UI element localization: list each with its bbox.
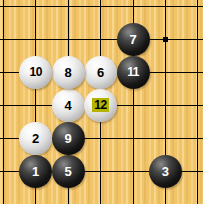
stone-number-label: 8 <box>64 66 71 79</box>
stone-number-label: 1 <box>32 165 39 178</box>
stone-5-black[interactable]: 5 <box>52 155 85 188</box>
stone-number-label: 2 <box>32 132 39 145</box>
stone-9-black[interactable]: 9 <box>52 122 85 155</box>
stone-3-black[interactable]: 3 <box>149 155 182 188</box>
stone-number-label: 10 <box>29 66 41 78</box>
stone-1-black[interactable]: 1 <box>19 155 52 188</box>
grid-line-horizontal <box>0 6 203 7</box>
stone-11-black[interactable]: 11 <box>117 56 150 89</box>
stone-number-label: 3 <box>162 165 169 178</box>
stone-number-label: 7 <box>129 33 136 46</box>
grid-line-vertical <box>197 0 198 204</box>
stone-number-label: 4 <box>64 99 71 112</box>
stone-4-white[interactable]: 4 <box>52 89 85 122</box>
grid-line-vertical <box>3 0 4 204</box>
last-move-number-label: 12 <box>92 98 108 112</box>
stone-number-label: 9 <box>64 132 71 145</box>
stone-number-label: 5 <box>64 165 71 178</box>
star-point-marker <box>163 37 168 42</box>
stone-12-white[interactable]: 12 <box>84 89 117 122</box>
stone-number-label: 11 <box>127 66 139 78</box>
stone-8-white[interactable]: 8 <box>52 56 85 89</box>
go-board[interactable]: 123456789101112 <box>0 0 203 204</box>
grid-line-horizontal <box>0 39 203 40</box>
stone-6-white[interactable]: 6 <box>84 56 117 89</box>
stone-number-label: 6 <box>97 66 104 79</box>
stone-10-white[interactable]: 10 <box>19 56 52 89</box>
stone-7-black[interactable]: 7 <box>117 23 150 56</box>
stone-2-white[interactable]: 2 <box>19 122 52 155</box>
